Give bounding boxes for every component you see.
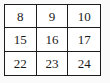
number-grid: 8 9 10 15 16 17 22 23 24 [4,4,101,76]
grid-cell-r1c1: 16 [37,28,69,51]
grid-cell-r1c2: 17 [68,28,100,51]
grid-cell-r2c2: 24 [68,52,100,75]
grid-cell-r0c1: 9 [37,5,69,28]
grid-cell-r2c0: 22 [5,52,37,75]
grid-cell-r0c2: 10 [68,5,100,28]
grid-cell-r2c1: 23 [37,52,69,75]
grid-cell-r0c0: 8 [5,5,37,28]
grid-cell-r1c0: 15 [5,28,37,51]
